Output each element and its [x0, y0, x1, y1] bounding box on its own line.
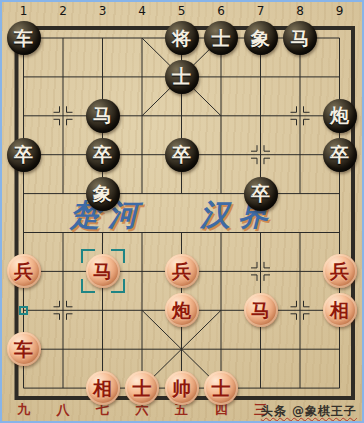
top-file-label-3: 3: [92, 4, 114, 18]
piece-black-advisor-2[interactable]: 士: [165, 60, 199, 94]
top-file-label-8: 8: [289, 4, 311, 18]
piece-red-soldier-1[interactable]: 兵: [7, 254, 41, 288]
piece-black-advisor-1[interactable]: 士: [204, 21, 238, 55]
piece-black-soldier-2[interactable]: 卒: [86, 138, 120, 172]
piece-red-elephant-1[interactable]: 相: [323, 293, 357, 327]
top-file-label-4: 4: [131, 4, 153, 18]
piece-red-chariot-1[interactable]: 车: [7, 332, 41, 366]
top-file-label-2: 2: [52, 4, 74, 18]
watermark-text: 头条 @象棋王子: [261, 403, 357, 420]
piece-red-general[interactable]: 帅: [165, 371, 199, 405]
piece-red-horse-1[interactable]: 马: [86, 254, 120, 288]
top-file-label-6: 6: [210, 4, 232, 18]
piece-black-soldier-3[interactable]: 卒: [165, 138, 199, 172]
piece-red-advisor-1[interactable]: 士: [125, 371, 159, 405]
piece-black-elephant-2[interactable]: 象: [86, 177, 120, 211]
piece-black-cannon-1[interactable]: 炮: [323, 99, 357, 133]
piece-black-soldier-5[interactable]: 卒: [244, 177, 278, 211]
piece-black-general[interactable]: 将: [165, 21, 199, 55]
top-file-label-9: 9: [329, 4, 351, 18]
top-file-label-5: 5: [171, 4, 193, 18]
piece-red-soldier-2[interactable]: 兵: [165, 254, 199, 288]
bottom-file-label-1: 九: [13, 401, 35, 419]
piece-red-soldier-3[interactable]: 兵: [323, 254, 357, 288]
piece-black-soldier-1[interactable]: 卒: [7, 138, 41, 172]
top-file-label-7: 7: [250, 4, 272, 18]
piece-black-horse-2[interactable]: 马: [86, 99, 120, 133]
xiangqi-board: 123456789 九八七六五四三 楚河 汉界 车将士象马士马炮卒卒卒卒象卒兵马…: [0, 0, 364, 423]
piece-red-horse-2[interactable]: 马: [244, 293, 278, 327]
piece-red-elephant-2[interactable]: 相: [86, 371, 120, 405]
piece-black-chariot-1[interactable]: 车: [7, 21, 41, 55]
top-file-label-1: 1: [13, 4, 35, 18]
piece-black-soldier-4[interactable]: 卒: [323, 138, 357, 172]
piece-black-elephant-1[interactable]: 象: [244, 21, 278, 55]
piece-red-advisor-2[interactable]: 士: [204, 371, 238, 405]
bottom-file-label-2: 八: [52, 401, 74, 419]
piece-black-horse-1[interactable]: 马: [283, 21, 317, 55]
piece-red-cannon-1[interactable]: 炮: [165, 293, 199, 327]
